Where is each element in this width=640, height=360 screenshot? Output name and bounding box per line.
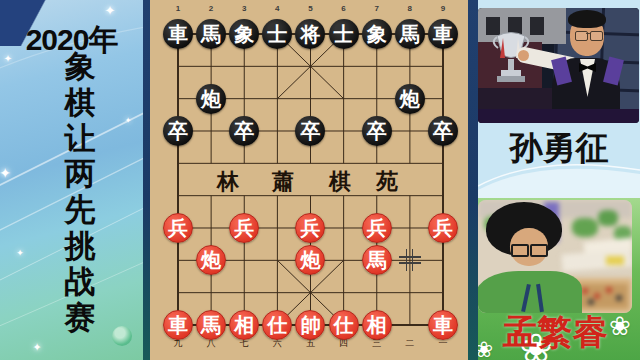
board-intersection[interactable] — [360, 179, 393, 211]
piece-black-advisor[interactable]: 士 — [262, 19, 292, 49]
piece-red-chariot[interactable]: 車 — [428, 310, 458, 340]
screenshot-root: 2020年 象棋让两先挑战赛 ✦✦✦✦✦✦ 123456789 九八七六五四三二… — [0, 0, 640, 360]
board-intersection[interactable]: 車 — [161, 18, 194, 50]
board-intersection[interactable] — [426, 147, 459, 179]
glasses-icon — [573, 31, 603, 40]
piece-black-general[interactable]: 将 — [295, 19, 325, 49]
xiangqi-board: 123456789 九八七六五四三二一 林蕭棋苑 車馬象士将士象馬車炮炮卒卒卒卒… — [150, 0, 468, 360]
title-char: 让 — [65, 121, 96, 157]
file-label: 2 — [195, 4, 228, 13]
board-intersection[interactable] — [261, 82, 294, 114]
board-intersection[interactable] — [294, 179, 327, 211]
board-intersection[interactable] — [228, 244, 261, 276]
piece-red-advisor[interactable]: 仕 — [329, 310, 359, 340]
board-intersection[interactable] — [327, 276, 360, 308]
green-shirt — [478, 271, 582, 313]
piece-black-chariot[interactable]: 車 — [428, 19, 458, 49]
board-intersection[interactable]: 炮 — [294, 244, 327, 276]
board-intersection[interactable] — [327, 244, 360, 276]
board-intersection[interactable] — [360, 276, 393, 308]
piece-red-advisor[interactable]: 仕 — [262, 310, 292, 340]
piece-black-soldier[interactable]: 卒 — [163, 116, 193, 146]
board-intersection[interactable]: 炮 — [393, 82, 426, 114]
player-photo-bottom — [478, 200, 632, 313]
board-intersection[interactable] — [195, 179, 228, 211]
file-label: 8 — [393, 4, 426, 13]
board-intersection[interactable] — [161, 244, 194, 276]
board-intersection[interactable] — [228, 276, 261, 308]
board-intersection[interactable] — [393, 276, 426, 308]
board-intersection[interactable] — [161, 179, 194, 211]
board-intersection[interactable] — [228, 50, 261, 82]
title-char: 赛 — [65, 300, 96, 336]
piece-black-cannon[interactable]: 炮 — [196, 84, 226, 114]
board-intersection[interactable]: 卒 — [294, 115, 327, 147]
board-intersection[interactable]: 相 — [228, 309, 261, 341]
board-intersection[interactable] — [261, 50, 294, 82]
board-intersection[interactable]: 兵 — [294, 212, 327, 244]
board-intersection[interactable] — [426, 50, 459, 82]
board-intersection[interactable]: 卒 — [426, 115, 459, 147]
board-intersection[interactable] — [195, 50, 228, 82]
title-char: 先 — [65, 192, 96, 228]
board-intersection[interactable] — [294, 147, 327, 179]
piece-black-soldier[interactable]: 卒 — [295, 116, 325, 146]
piece-red-soldier[interactable]: 兵 — [428, 213, 458, 243]
title-char: 战 — [65, 264, 96, 300]
sparkle-icon: ✦ — [125, 116, 132, 125]
sparkle-icon: ✦ — [16, 248, 24, 258]
file-label: 5 — [294, 4, 327, 13]
move-origin-cursor-icon — [398, 248, 422, 272]
board-intersection[interactable]: 仕 — [327, 309, 360, 341]
sparkle-icon: ✦ — [32, 341, 41, 354]
board-intersection[interactable]: 車 — [426, 309, 459, 341]
board-intersection[interactable]: 士 — [327, 18, 360, 50]
board-intersection[interactable]: 車 — [161, 309, 194, 341]
piece-black-horse[interactable]: 馬 — [395, 19, 425, 49]
board-intersection[interactable] — [393, 309, 426, 341]
file-label: 6 — [327, 4, 360, 13]
board-intersection[interactable] — [195, 212, 228, 244]
board-intersection[interactable]: 馬 — [393, 18, 426, 50]
event-banner-panel: 2020年 象棋让两先挑战赛 ✦✦✦✦✦✦ — [0, 0, 143, 360]
board-intersection[interactable]: 象 — [228, 18, 261, 50]
piece-black-elephant[interactable]: 象 — [362, 19, 392, 49]
board-intersection[interactable] — [261, 276, 294, 308]
board-intersection[interactable] — [426, 244, 459, 276]
player-photo-top — [478, 8, 639, 123]
board-intersection[interactable]: 卒 — [228, 115, 261, 147]
board-intersection[interactable]: 仕 — [261, 309, 294, 341]
board-intersection[interactable] — [327, 115, 360, 147]
players-panel: ❀ ❀ ❀ — [478, 0, 640, 360]
table — [478, 109, 639, 123]
board-intersection[interactable]: 馬 — [195, 18, 228, 50]
board-intersection[interactable] — [228, 179, 261, 211]
piece-black-soldier[interactable]: 卒 — [229, 116, 259, 146]
board-intersection[interactable] — [393, 115, 426, 147]
board-intersection[interactable]: 車 — [426, 18, 459, 50]
board-intersection[interactable] — [261, 147, 294, 179]
file-label: 4 — [261, 4, 294, 13]
board-intersection[interactable] — [327, 50, 360, 82]
piece-red-horse[interactable]: 馬 — [362, 245, 392, 275]
board-intersection[interactable]: 士 — [261, 18, 294, 50]
piece-red-cannon[interactable]: 炮 — [196, 245, 226, 275]
board-intersection[interactable] — [360, 50, 393, 82]
sparkle-icon: ✦ — [4, 53, 12, 64]
board-intersection[interactable] — [195, 276, 228, 308]
board-intersection[interactable]: 象 — [360, 18, 393, 50]
board-intersection[interactable] — [426, 179, 459, 211]
piece-red-soldier[interactable]: 兵 — [295, 213, 325, 243]
board-intersection[interactable]: 帥 — [294, 309, 327, 341]
sparkle-icon: ✦ — [105, 3, 116, 18]
board-intersection[interactable] — [195, 147, 228, 179]
player-name-top: 孙勇征 — [478, 126, 640, 171]
board-intersection[interactable]: 兵 — [228, 212, 261, 244]
board-intersection[interactable] — [327, 82, 360, 114]
piece-black-cannon[interactable]: 炮 — [395, 84, 425, 114]
piece-red-elephant[interactable]: 相 — [229, 310, 259, 340]
top-file-labels: 123456789 — [161, 4, 459, 13]
piece-black-advisor[interactable]: 士 — [329, 19, 359, 49]
piece-red-chariot[interactable]: 車 — [163, 310, 193, 340]
board-intersection[interactable] — [327, 147, 360, 179]
piece-red-general[interactable]: 帥 — [295, 310, 325, 340]
board-intersection[interactable] — [228, 147, 261, 179]
board-intersection[interactable] — [261, 179, 294, 211]
board-intersection[interactable]: 馬 — [195, 309, 228, 341]
board-intersection[interactable] — [261, 212, 294, 244]
board-intersection[interactable] — [261, 244, 294, 276]
piece-red-soldier[interactable]: 兵 — [229, 213, 259, 243]
file-label: 3 — [228, 4, 261, 13]
board-intersection[interactable] — [261, 115, 294, 147]
title-char: 棋 — [65, 85, 96, 121]
file-label: 1 — [161, 4, 194, 13]
board-intersection[interactable] — [195, 115, 228, 147]
board-intersection[interactable] — [327, 179, 360, 211]
board-intersection[interactable]: 兵 — [426, 212, 459, 244]
board-intersection[interactable] — [161, 82, 194, 114]
board-intersection[interactable] — [161, 276, 194, 308]
piece-red-cannon[interactable]: 炮 — [295, 245, 325, 275]
board-intersection[interactable] — [327, 212, 360, 244]
board-intersection[interactable] — [426, 276, 459, 308]
title-char: 象 — [65, 49, 96, 85]
vertical-title: 象棋让两先挑战赛 — [0, 49, 143, 335]
board-intersection[interactable] — [228, 82, 261, 114]
board-intersection[interactable]: 炮 — [195, 244, 228, 276]
piece-grid: 車馬象士将士象馬車炮炮卒卒卒卒卒兵兵兵兵兵炮炮馬車馬相仕帥仕相車 — [161, 18, 459, 341]
board-intersection[interactable] — [294, 82, 327, 114]
board-intersection[interactable] — [393, 147, 426, 179]
hair — [568, 10, 606, 28]
board-intersection[interactable] — [393, 212, 426, 244]
piece-black-chariot[interactable]: 車 — [163, 19, 193, 49]
board-intersection[interactable]: 馬 — [360, 244, 393, 276]
title-char: 两 — [65, 156, 96, 192]
piece-black-horse[interactable]: 馬 — [196, 19, 226, 49]
board-intersection[interactable] — [360, 82, 393, 114]
board-intersection[interactable]: 兵 — [161, 212, 194, 244]
file-label: 9 — [426, 4, 459, 13]
board-intersection[interactable] — [294, 276, 327, 308]
title-char: 挑 — [65, 228, 96, 264]
board-intersection[interactable] — [426, 82, 459, 114]
board-intersection[interactable]: 相 — [360, 309, 393, 341]
piece-red-elephant[interactable]: 相 — [362, 310, 392, 340]
piece-black-soldier[interactable]: 卒 — [428, 116, 458, 146]
board-frame-right — [468, 0, 478, 360]
board-intersection[interactable]: 卒 — [360, 115, 393, 147]
piece-red-soldier[interactable]: 兵 — [163, 213, 193, 243]
piece-black-elephant[interactable]: 象 — [229, 19, 259, 49]
board-intersection[interactable] — [360, 147, 393, 179]
file-label: 7 — [360, 4, 393, 13]
board-intersection[interactable]: 兵 — [360, 212, 393, 244]
board-intersection[interactable] — [294, 50, 327, 82]
board-intersection[interactable] — [161, 50, 194, 82]
board-intersection[interactable] — [161, 147, 194, 179]
board-intersection[interactable]: 卒 — [161, 115, 194, 147]
board-frame-left — [143, 0, 150, 360]
piece-red-horse[interactable]: 馬 — [196, 310, 226, 340]
piece-black-soldier[interactable]: 卒 — [362, 116, 392, 146]
glasses-icon — [511, 244, 547, 255]
board-intersection[interactable]: 炮 — [195, 82, 228, 114]
player-name-bottom: 孟繁睿 — [478, 309, 636, 356]
hand — [518, 50, 529, 61]
piece-red-soldier[interactable]: 兵 — [362, 213, 392, 243]
board-intersection[interactable] — [393, 179, 426, 211]
sparkle-icon: ✦ — [0, 165, 11, 181]
board-intersection[interactable] — [393, 50, 426, 82]
board-intersection[interactable]: 将 — [294, 18, 327, 50]
